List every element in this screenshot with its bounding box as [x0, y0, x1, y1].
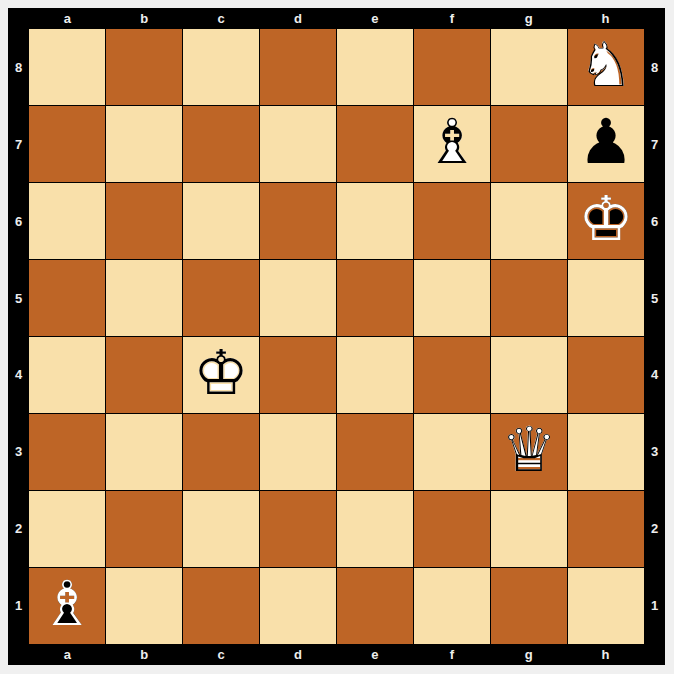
- square-f1[interactable]: [414, 568, 490, 644]
- square-g3[interactable]: ♛♕: [491, 414, 567, 490]
- square-d3[interactable]: [260, 414, 336, 490]
- rank-label-left-8: 8: [8, 29, 29, 106]
- file-label-top-b: b: [106, 8, 183, 29]
- square-c2[interactable]: [183, 491, 259, 567]
- square-g2[interactable]: [491, 491, 567, 567]
- rank-label-left-1: 1: [8, 567, 29, 644]
- file-label-top-f: f: [413, 8, 490, 29]
- square-e6[interactable]: [337, 183, 413, 259]
- square-f2[interactable]: [414, 491, 490, 567]
- rank-label-left-7: 7: [8, 106, 29, 183]
- square-d2[interactable]: [260, 491, 336, 567]
- square-d6[interactable]: [260, 183, 336, 259]
- square-g4[interactable]: [491, 337, 567, 413]
- rank-label-right-8: 8: [644, 29, 665, 106]
- square-a6[interactable]: [29, 183, 105, 259]
- square-c4[interactable]: ♚♔: [183, 337, 259, 413]
- square-h1[interactable]: [568, 568, 644, 644]
- square-h8[interactable]: ♞♘: [568, 29, 644, 105]
- square-h2[interactable]: [568, 491, 644, 567]
- file-label-top-a: a: [29, 8, 106, 29]
- square-a2[interactable]: [29, 491, 105, 567]
- square-h5[interactable]: [568, 260, 644, 336]
- square-b4[interactable]: [106, 337, 182, 413]
- square-f4[interactable]: [414, 337, 490, 413]
- square-c1[interactable]: [183, 568, 259, 644]
- square-f7[interactable]: ♝♗: [414, 106, 490, 182]
- square-b1[interactable]: [106, 568, 182, 644]
- square-e2[interactable]: [337, 491, 413, 567]
- square-e7[interactable]: [337, 106, 413, 182]
- bishop-glyph-outline: ♗: [414, 106, 490, 182]
- square-e1[interactable]: [337, 568, 413, 644]
- file-label-bottom-f: f: [413, 644, 490, 665]
- file-label-bottom-g: g: [490, 644, 567, 665]
- square-g6[interactable]: [491, 183, 567, 259]
- bishop-glyph-outline: ♗: [29, 568, 105, 644]
- square-e4[interactable]: [337, 337, 413, 413]
- square-b3[interactable]: [106, 414, 182, 490]
- rank-label-left-2: 2: [8, 490, 29, 567]
- rank-label-right-1: 1: [644, 567, 665, 644]
- square-a1[interactable]: ♝♗: [29, 568, 105, 644]
- rank-label-right-3: 3: [644, 413, 665, 490]
- square-f3[interactable]: [414, 414, 490, 490]
- file-label-top-d: d: [260, 8, 337, 29]
- square-b7[interactable]: [106, 106, 182, 182]
- square-e8[interactable]: [337, 29, 413, 105]
- file-label-bottom-b: b: [106, 644, 183, 665]
- file-label-top-g: g: [490, 8, 567, 29]
- square-e3[interactable]: [337, 414, 413, 490]
- square-f6[interactable]: [414, 183, 490, 259]
- square-c3[interactable]: [183, 414, 259, 490]
- rank-label-left-5: 5: [8, 260, 29, 337]
- pawn-glyph-fill: ♟: [568, 106, 644, 182]
- square-h7[interactable]: ♟: [568, 106, 644, 182]
- square-h4[interactable]: [568, 337, 644, 413]
- square-a3[interactable]: [29, 414, 105, 490]
- rank-label-right-4: 4: [644, 337, 665, 414]
- square-d5[interactable]: [260, 260, 336, 336]
- file-labels-top: abcdefgh: [29, 8, 644, 29]
- rank-label-right-5: 5: [644, 260, 665, 337]
- square-c8[interactable]: [183, 29, 259, 105]
- file-label-bottom-h: h: [567, 644, 644, 665]
- file-label-bottom-e: e: [337, 644, 414, 665]
- square-b2[interactable]: [106, 491, 182, 567]
- square-b5[interactable]: [106, 260, 182, 336]
- square-d7[interactable]: [260, 106, 336, 182]
- black-king-h6[interactable]: ♚♔: [568, 183, 644, 259]
- square-a4[interactable]: [29, 337, 105, 413]
- chess-diagram: abcdefgh abcdefgh 87654321 87654321 ♞♘♝♗…: [0, 0, 674, 674]
- white-bishop-f7[interactable]: ♝♗: [414, 106, 490, 182]
- king-glyph-outline: ♔: [568, 183, 644, 259]
- square-g8[interactable]: [491, 29, 567, 105]
- file-labels-bottom: abcdefgh: [29, 644, 644, 665]
- file-label-top-h: h: [567, 8, 644, 29]
- file-label-top-c: c: [183, 8, 260, 29]
- rank-label-right-6: 6: [644, 183, 665, 260]
- rank-labels-left: 87654321: [8, 29, 29, 644]
- square-d1[interactable]: [260, 568, 336, 644]
- square-g5[interactable]: [491, 260, 567, 336]
- square-c7[interactable]: [183, 106, 259, 182]
- square-a8[interactable]: [29, 29, 105, 105]
- queen-glyph-outline: ♕: [491, 414, 567, 490]
- square-d8[interactable]: [260, 29, 336, 105]
- square-h6[interactable]: ♚♔: [568, 183, 644, 259]
- white-knight-h8[interactable]: ♞♘: [568, 29, 644, 105]
- rank-label-left-3: 3: [8, 413, 29, 490]
- board: ♞♘♝♗♟♚♔♚♔♛♕♝♗: [29, 29, 644, 644]
- square-c6[interactable]: [183, 183, 259, 259]
- rank-label-left-6: 6: [8, 183, 29, 260]
- black-bishop-a1[interactable]: ♝♗: [29, 568, 105, 644]
- square-g7[interactable]: [491, 106, 567, 182]
- square-c5[interactable]: [183, 260, 259, 336]
- rank-label-left-4: 4: [8, 337, 29, 414]
- king-glyph-outline: ♔: [183, 337, 259, 413]
- square-a5[interactable]: [29, 260, 105, 336]
- file-label-top-e: e: [337, 8, 414, 29]
- square-f8[interactable]: [414, 29, 490, 105]
- square-b8[interactable]: [106, 29, 182, 105]
- square-h3[interactable]: [568, 414, 644, 490]
- file-label-bottom-a: a: [29, 644, 106, 665]
- square-b6[interactable]: [106, 183, 182, 259]
- rank-label-right-7: 7: [644, 106, 665, 183]
- rank-labels-right: 87654321: [644, 29, 665, 644]
- file-label-bottom-c: c: [183, 644, 260, 665]
- rank-label-right-2: 2: [644, 490, 665, 567]
- square-a7[interactable]: [29, 106, 105, 182]
- knight-glyph-outline: ♘: [568, 29, 644, 105]
- square-d4[interactable]: [260, 337, 336, 413]
- square-f5[interactable]: [414, 260, 490, 336]
- white-queen-g3[interactable]: ♛♕: [491, 414, 567, 490]
- white-king-c4[interactable]: ♚♔: [183, 337, 259, 413]
- file-label-bottom-d: d: [260, 644, 337, 665]
- chessboard-frame: abcdefgh abcdefgh 87654321 87654321 ♞♘♝♗…: [8, 8, 665, 665]
- square-e5[interactable]: [337, 260, 413, 336]
- square-g1[interactable]: [491, 568, 567, 644]
- black-pawn-h7[interactable]: ♟: [568, 106, 644, 182]
